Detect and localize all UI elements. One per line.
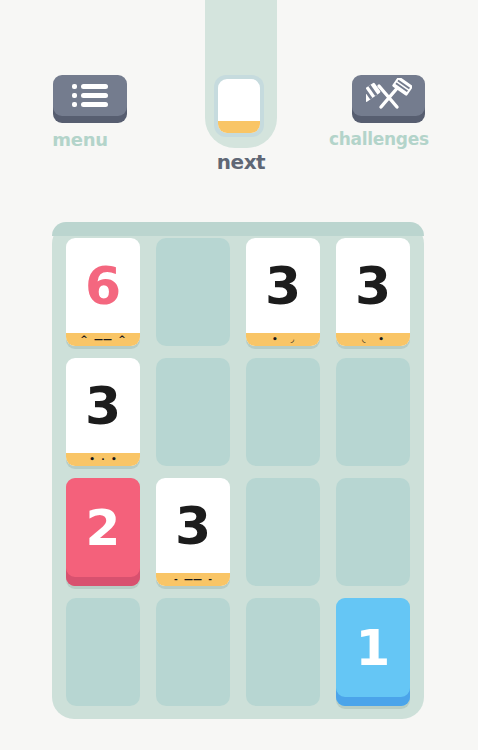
next-card-yellow-base	[218, 121, 260, 133]
tile-value: 1	[336, 598, 410, 697]
game-board[interactable]: 6^ —— ^ 3• ◞ 3◟ • 3• · • 2 3- —— - 1	[52, 222, 424, 719]
tile-yellow-base: • ◞	[246, 333, 320, 346]
tile-value: 3	[156, 478, 230, 573]
board-cell	[246, 478, 320, 586]
board-top-shade	[52, 222, 424, 236]
next-card-tab	[205, 0, 277, 148]
board-cell	[336, 358, 410, 466]
challenges-button[interactable]	[352, 75, 425, 116]
tile-yellow-base: ◟ •	[336, 333, 410, 346]
tile-3[interactable]: 3• · •	[66, 358, 140, 466]
board-cell	[66, 598, 140, 706]
board-cell: 2	[66, 478, 140, 586]
board-cell: 3• · •	[66, 358, 140, 466]
tile-2[interactable]: 2	[66, 478, 140, 586]
board-cell: 6^ —— ^	[66, 238, 140, 346]
board-cell	[336, 478, 410, 586]
menu-button[interactable]	[53, 75, 127, 116]
board-cell: 1	[336, 598, 410, 706]
next-card-preview	[218, 79, 260, 133]
tile-yellow-base: - —— -	[156, 573, 230, 586]
tile-6[interactable]: 6^ —— ^	[66, 238, 140, 346]
tile-3[interactable]: 3• ◞	[246, 238, 320, 346]
challenges-label: challenges	[329, 129, 427, 149]
tile-yellow-base: • · •	[66, 453, 140, 466]
board-cell: 3- —— -	[156, 478, 230, 586]
tile-value: 2	[66, 478, 140, 577]
board-cell: 3• ◞	[246, 238, 320, 346]
tile-3[interactable]: 3◟ •	[336, 238, 410, 346]
tile-yellow-base: ^ —— ^	[66, 333, 140, 346]
tile-value: 3	[336, 238, 410, 333]
crossed-flags-icon	[366, 78, 412, 114]
menu-label: menu	[42, 129, 118, 150]
tile-value: 6	[66, 238, 140, 333]
board-grid: 6^ —— ^ 3• ◞ 3◟ • 3• · • 2 3- —— - 1	[66, 238, 410, 706]
tile-1[interactable]: 1	[336, 598, 410, 706]
board-cell: 3◟ •	[336, 238, 410, 346]
board-cell	[156, 598, 230, 706]
tile-value: 3	[246, 238, 320, 333]
board-cell	[246, 598, 320, 706]
board-cell	[246, 358, 320, 466]
tile-3[interactable]: 3- —— -	[156, 478, 230, 586]
board-cell	[156, 238, 230, 346]
tile-value: 3	[66, 358, 140, 453]
list-icon	[72, 84, 108, 107]
board-cell	[156, 358, 230, 466]
next-label: next	[205, 150, 277, 174]
next-card-halo	[214, 75, 264, 137]
